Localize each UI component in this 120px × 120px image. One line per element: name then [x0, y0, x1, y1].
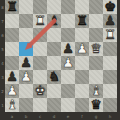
square-e2[interactable]: [61, 84, 75, 98]
file-label-a: a: [6, 115, 17, 119]
square-f3[interactable]: [75, 70, 89, 84]
square-c1[interactable]: [33, 98, 47, 112]
piece-black-rook[interactable]: ♜: [5, 0, 19, 14]
piece-black-pawn[interactable]: ♟: [61, 42, 75, 56]
square-c2[interactable]: ♚: [33, 84, 47, 98]
file-label-c: c: [34, 115, 45, 119]
piece-black-queen[interactable]: ♛: [89, 98, 103, 112]
square-d2[interactable]: [47, 84, 61, 98]
square-a3[interactable]: ♟: [5, 70, 19, 84]
chess-app-window: ♜♚♜♝♜♟♜♟♟♛♟♟♟♟♞♟♚♝♝♛ abcdefgh87654321: [0, 0, 120, 120]
square-c8[interactable]: [33, 0, 47, 14]
square-g3[interactable]: [89, 70, 103, 84]
square-b1[interactable]: [19, 98, 33, 112]
square-f6[interactable]: [75, 28, 89, 42]
square-a8[interactable]: ♜: [5, 0, 19, 14]
piece-black-king[interactable]: ♚: [103, 0, 117, 14]
square-e3[interactable]: [61, 70, 75, 84]
square-h7[interactable]: ♟: [103, 14, 117, 28]
rank-label-7: 7: [1, 19, 5, 23]
rank-label-4: 4: [1, 61, 5, 65]
square-a5[interactable]: [5, 42, 19, 56]
square-g5[interactable]: ♛: [89, 42, 103, 56]
square-d8[interactable]: [47, 0, 61, 14]
square-h4[interactable]: [103, 56, 117, 70]
square-d1[interactable]: [47, 98, 61, 112]
square-d6[interactable]: [47, 28, 61, 42]
square-f1[interactable]: [75, 98, 89, 112]
square-b8[interactable]: [19, 0, 33, 14]
square-c3[interactable]: [33, 70, 47, 84]
piece-white-pawn[interactable]: ♟: [75, 42, 89, 56]
square-g1[interactable]: ♛: [89, 98, 103, 112]
square-f5[interactable]: ♟: [75, 42, 89, 56]
square-e8[interactable]: [61, 0, 75, 14]
square-h5[interactable]: [103, 42, 117, 56]
square-g6[interactable]: [89, 28, 103, 42]
rank-label-5: 5: [1, 47, 5, 51]
piece-white-rook[interactable]: ♜: [33, 14, 47, 28]
square-h3[interactable]: [103, 70, 117, 84]
piece-black-pawn[interactable]: ♟: [5, 70, 19, 84]
piece-white-queen[interactable]: ♛: [89, 42, 103, 56]
square-b2[interactable]: [19, 84, 33, 98]
square-f7[interactable]: ♜: [75, 14, 89, 28]
square-b3[interactable]: ♟: [19, 70, 33, 84]
file-label-h: h: [104, 115, 115, 119]
square-g8[interactable]: [89, 0, 103, 14]
piece-black-pawn[interactable]: ♟: [19, 56, 33, 70]
square-f2[interactable]: [75, 84, 89, 98]
file-label-e: e: [62, 115, 73, 119]
rank-label-8: 8: [1, 5, 5, 9]
square-e1[interactable]: [61, 98, 75, 112]
square-d3[interactable]: ♞: [47, 70, 61, 84]
square-g2[interactable]: ♝: [89, 84, 103, 98]
file-label-d: d: [48, 115, 59, 119]
square-e7[interactable]: [61, 14, 75, 28]
square-e6[interactable]: [61, 28, 75, 42]
square-b5[interactable]: [19, 42, 33, 56]
square-b7[interactable]: [19, 14, 33, 28]
piece-white-pawn[interactable]: ♟: [19, 70, 33, 84]
square-c5[interactable]: [33, 42, 47, 56]
piece-black-bishop[interactable]: ♝: [47, 14, 61, 28]
square-c4[interactable]: [33, 56, 47, 70]
file-label-g: g: [90, 115, 101, 119]
square-g7[interactable]: [89, 14, 103, 28]
square-f4[interactable]: [75, 56, 89, 70]
rank-label-3: 3: [1, 75, 5, 79]
square-d5[interactable]: [47, 42, 61, 56]
rank-label-6: 6: [1, 33, 5, 37]
rank-label-2: 2: [1, 89, 5, 93]
square-h1[interactable]: [103, 98, 117, 112]
square-b6[interactable]: [19, 28, 33, 42]
square-c7[interactable]: ♜: [33, 14, 47, 28]
square-h6[interactable]: ♜: [103, 28, 117, 42]
piece-black-rook[interactable]: ♜: [75, 14, 89, 28]
piece-black-pawn[interactable]: ♟: [103, 14, 117, 28]
square-a6[interactable]: [5, 28, 19, 42]
square-d4[interactable]: [47, 56, 61, 70]
square-d7[interactable]: ♝: [47, 14, 61, 28]
square-h2[interactable]: [103, 84, 117, 98]
square-a2[interactable]: ♟: [5, 84, 19, 98]
square-h8[interactable]: ♚: [103, 0, 117, 14]
square-g4[interactable]: [89, 56, 103, 70]
square-f8[interactable]: [75, 0, 89, 14]
file-label-b: b: [20, 115, 31, 119]
file-label-f: f: [76, 115, 87, 119]
piece-white-king[interactable]: ♚: [33, 84, 47, 98]
piece-white-bishop[interactable]: ♝: [89, 84, 103, 98]
piece-white-bishop[interactable]: ♝: [5, 98, 19, 112]
piece-white-rook[interactable]: ♜: [103, 28, 117, 42]
square-e4[interactable]: ♟: [61, 56, 75, 70]
square-a4[interactable]: [5, 56, 19, 70]
rank-label-1: 1: [1, 103, 5, 107]
piece-black-knight[interactable]: ♞: [47, 70, 61, 84]
square-a1[interactable]: ♝: [5, 98, 19, 112]
square-c6[interactable]: [33, 28, 47, 42]
piece-white-pawn[interactable]: ♟: [5, 84, 19, 98]
square-a7[interactable]: [5, 14, 19, 28]
square-e5[interactable]: ♟: [61, 42, 75, 56]
piece-white-pawn[interactable]: ♟: [61, 56, 75, 70]
square-b4[interactable]: ♟: [19, 56, 33, 70]
chess-board[interactable]: ♜♚♜♝♜♟♜♟♟♛♟♟♟♟♞♟♚♝♝♛: [5, 0, 117, 112]
